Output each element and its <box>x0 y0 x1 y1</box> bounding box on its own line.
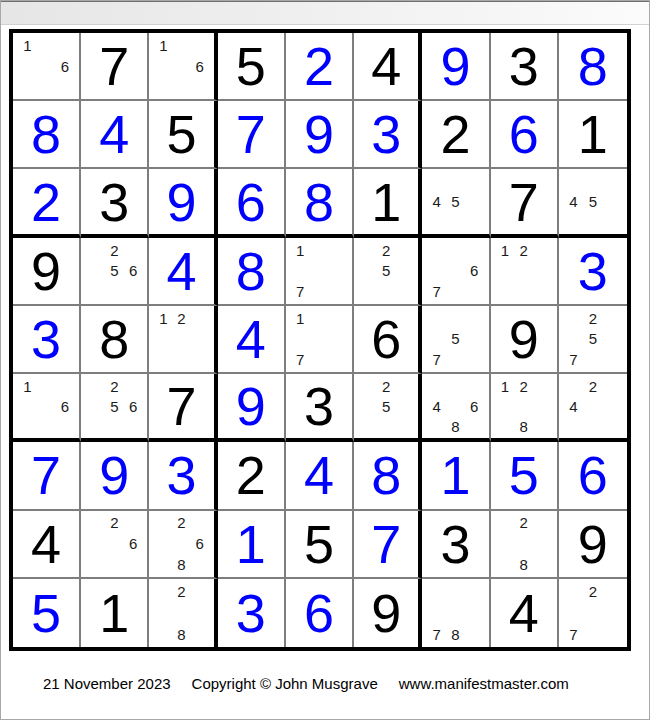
pencil-marks: 16 <box>13 33 79 99</box>
pencil-marks: 17 <box>286 306 352 372</box>
cell-r1c2[interactable]: 7 <box>81 33 149 101</box>
cell-r1c8[interactable]: 3 <box>491 33 559 101</box>
cell-r4c8[interactable]: 12 <box>491 238 559 306</box>
cell-r9c7[interactable]: 78 <box>422 579 490 647</box>
pencil-marks: 12 <box>149 306 213 372</box>
cell-r8c4[interactable]: 1 <box>218 511 286 579</box>
solved-digit: 3 <box>354 101 418 167</box>
pencil-marks: 28 <box>491 511 557 577</box>
cell-r9c1[interactable]: 5 <box>13 579 81 647</box>
cell-r6c9[interactable]: 24 <box>559 374 627 442</box>
cell-r8c8[interactable]: 28 <box>491 511 559 579</box>
cell-r7c8[interactable]: 5 <box>491 442 559 510</box>
solved-digit: 3 <box>149 442 213 508</box>
pencil-mark: 7 <box>427 281 446 302</box>
pencil-mark: 7 <box>427 624 446 645</box>
cell-r8c1[interactable]: 4 <box>13 511 81 579</box>
given-digit: 1 <box>81 579 147 647</box>
solved-digit: 8 <box>13 101 79 167</box>
cell-r6c5[interactable]: 3 <box>286 374 354 442</box>
cell-r1c4[interactable]: 5 <box>218 33 286 101</box>
pencil-mark: 5 <box>583 192 602 212</box>
pencil-mark: 5 <box>105 260 124 281</box>
cell-r5c7[interactable]: 57 <box>422 306 490 374</box>
solved-digit: 4 <box>149 238 213 304</box>
pencil-mark: 2 <box>514 376 533 396</box>
cell-r5c5[interactable]: 17 <box>286 306 354 374</box>
pencil-mark: 1 <box>291 308 310 329</box>
given-digit: 7 <box>491 169 557 233</box>
cell-r7c5[interactable]: 4 <box>286 442 354 510</box>
pencil-mark: 5 <box>446 192 465 212</box>
given-digit: 7 <box>149 374 213 438</box>
solved-digit: 4 <box>218 306 284 372</box>
pencil-mark: 2 <box>514 513 533 534</box>
cell-r6c6[interactable]: 25 <box>354 374 422 442</box>
solved-digit: 2 <box>13 169 79 233</box>
cell-r4c7[interactable]: 67 <box>422 238 490 306</box>
pencil-marks: 45 <box>559 169 627 233</box>
given-digit: 2 <box>422 101 488 167</box>
pencil-mark: 2 <box>173 513 191 534</box>
pencil-mark: 4 <box>427 396 446 416</box>
cell-r6c4[interactable]: 9 <box>218 374 286 442</box>
pencil-marks: 78 <box>422 579 488 647</box>
given-digit: 1 <box>559 101 627 167</box>
cell-r7c6[interactable]: 8 <box>354 442 422 510</box>
cell-r6c1[interactable]: 16 <box>13 374 81 442</box>
pencil-marks: 17 <box>286 238 352 304</box>
pencil-mark: 5 <box>377 396 395 416</box>
pencil-mark: 2 <box>173 581 191 602</box>
pencil-marks: 57 <box>422 306 488 372</box>
given-digit: 4 <box>491 579 557 647</box>
cell-r9c5[interactable]: 6 <box>286 579 354 647</box>
cell-r5c6[interactable]: 6 <box>354 306 422 374</box>
given-digit: 9 <box>354 579 418 647</box>
cell-r8c9[interactable]: 9 <box>559 511 627 579</box>
pencil-mark: 2 <box>377 376 395 396</box>
solved-digit: 9 <box>149 169 213 233</box>
page: 1671652493884579326123968145745925648172… <box>0 0 650 720</box>
pencil-mark: 2 <box>377 240 395 261</box>
solved-digit: 6 <box>491 101 557 167</box>
cell-r5c9[interactable]: 257 <box>559 306 627 374</box>
pencil-mark: 4 <box>427 192 446 212</box>
cell-r3c5[interactable]: 8 <box>286 169 354 237</box>
cell-r4c6[interactable]: 25 <box>354 238 422 306</box>
solved-digit: 3 <box>13 306 79 372</box>
pencil-mark: 6 <box>191 56 209 77</box>
solved-digit: 2 <box>286 33 352 99</box>
solved-digit: 7 <box>13 442 79 508</box>
cell-r6c2[interactable]: 256 <box>81 374 149 442</box>
pencil-mark: 2 <box>105 376 124 396</box>
solved-digit: 5 <box>491 442 557 508</box>
pencil-marks: 67 <box>422 238 488 304</box>
solved-digit: 5 <box>13 579 79 647</box>
pencil-mark: 2 <box>583 376 602 396</box>
cell-r3c1[interactable]: 2 <box>13 169 81 237</box>
cell-r3c6[interactable]: 1 <box>354 169 422 237</box>
pencil-mark: 6 <box>124 260 143 281</box>
cell-r5c1[interactable]: 3 <box>13 306 81 374</box>
cell-r6c7[interactable]: 468 <box>422 374 490 442</box>
solved-digit: 8 <box>286 169 352 233</box>
pencil-mark: 6 <box>55 56 74 77</box>
solved-digit: 3 <box>559 238 627 304</box>
cell-r1c6[interactable]: 4 <box>354 33 422 101</box>
pencil-mark: 2 <box>173 308 191 329</box>
cell-r3c9[interactable]: 45 <box>559 169 627 237</box>
given-digit: 7 <box>81 33 147 99</box>
footer: 21 November 2023 Copyright © John Musgra… <box>43 675 569 692</box>
pencil-marks: 45 <box>422 169 488 233</box>
cell-r6c8[interactable]: 128 <box>491 374 559 442</box>
pencil-mark: 8 <box>446 416 465 436</box>
title-bar <box>1 1 649 25</box>
cell-r6c3[interactable]: 7 <box>149 374 217 442</box>
pencil-mark: 1 <box>18 376 37 396</box>
pencil-mark: 6 <box>191 533 209 554</box>
cell-r7c2[interactable]: 9 <box>81 442 149 510</box>
pencil-mark: 4 <box>564 192 583 212</box>
pencil-marks: 256 <box>81 374 147 438</box>
given-digit: 3 <box>491 33 557 99</box>
cell-r5c4[interactable]: 4 <box>218 306 286 374</box>
cell-r2c7[interactable]: 2 <box>422 101 490 169</box>
cell-r4c2[interactable]: 256 <box>81 238 149 306</box>
pencil-marks: 268 <box>149 511 213 577</box>
cell-r8c7[interactable]: 3 <box>422 511 490 579</box>
cell-r3c8[interactable]: 7 <box>491 169 559 237</box>
given-digit: 3 <box>81 169 147 233</box>
pencil-mark: 7 <box>564 349 583 370</box>
cell-r7c7[interactable]: 1 <box>422 442 490 510</box>
solved-digit: 6 <box>286 579 352 647</box>
pencil-mark: 6 <box>55 396 74 416</box>
cell-r8c6[interactable]: 7 <box>354 511 422 579</box>
pencil-mark: 6 <box>124 533 143 554</box>
pencil-mark: 8 <box>514 416 533 436</box>
solved-digit: 8 <box>354 442 418 508</box>
pencil-mark: 1 <box>154 308 172 329</box>
cell-r2c5[interactable]: 9 <box>286 101 354 169</box>
solved-digit: 3 <box>218 579 284 647</box>
pencil-marks: 27 <box>559 579 627 647</box>
pencil-mark: 2 <box>514 240 533 261</box>
solved-digit: 7 <box>354 511 418 577</box>
solved-digit: 9 <box>218 374 284 438</box>
pencil-mark: 7 <box>291 349 310 370</box>
solved-digit: 9 <box>286 101 352 167</box>
cell-r9c4[interactable]: 3 <box>218 579 286 647</box>
pencil-mark: 6 <box>465 396 484 416</box>
cell-r2c9[interactable]: 1 <box>559 101 627 169</box>
pencil-mark: 7 <box>564 624 583 645</box>
given-digit: 4 <box>13 511 79 577</box>
pencil-mark: 8 <box>173 554 191 575</box>
pencil-mark: 5 <box>377 260 395 281</box>
pencil-marks: 24 <box>559 374 627 438</box>
pencil-mark: 1 <box>496 376 515 396</box>
pencil-mark: 5 <box>105 396 124 416</box>
given-digit: 3 <box>422 511 488 577</box>
cell-r9c6[interactable]: 9 <box>354 579 422 647</box>
given-digit: 6 <box>354 306 418 372</box>
cell-r3c3[interactable]: 9 <box>149 169 217 237</box>
cell-r2c3[interactable]: 5 <box>149 101 217 169</box>
cell-r4c1[interactable]: 9 <box>13 238 81 306</box>
footer-date: 21 November 2023 <box>43 675 171 692</box>
pencil-mark: 2 <box>105 513 124 534</box>
cell-r5c3[interactable]: 12 <box>149 306 217 374</box>
pencil-mark: 1 <box>291 240 310 261</box>
cell-r7c9[interactable]: 6 <box>559 442 627 510</box>
pencil-marks: 468 <box>422 374 488 438</box>
cell-r2c2[interactable]: 4 <box>81 101 149 169</box>
given-digit: 9 <box>491 306 557 372</box>
cell-r3c7[interactable]: 45 <box>422 169 490 237</box>
cell-r9c2[interactable]: 1 <box>81 579 149 647</box>
solved-digit: 1 <box>218 511 284 577</box>
cell-r9c9[interactable]: 27 <box>559 579 627 647</box>
cell-r3c4[interactable]: 6 <box>218 169 286 237</box>
cell-r9c8[interactable]: 4 <box>491 579 559 647</box>
footer-copyright: Copyright © John Musgrave <box>192 675 378 692</box>
solved-digit: 4 <box>81 101 147 167</box>
given-digit: 4 <box>354 33 418 99</box>
pencil-marks: 128 <box>491 374 557 438</box>
given-digit: 1 <box>354 169 418 233</box>
cell-r2c1[interactable]: 8 <box>13 101 81 169</box>
cell-r4c3[interactable]: 4 <box>149 238 217 306</box>
pencil-marks: 16 <box>149 33 213 99</box>
pencil-mark: 8 <box>173 624 191 645</box>
pencil-marks: 12 <box>491 238 557 304</box>
cell-r2c4[interactable]: 7 <box>218 101 286 169</box>
pencil-mark: 6 <box>124 396 143 416</box>
cell-r2c8[interactable]: 6 <box>491 101 559 169</box>
cell-r3c2[interactable]: 3 <box>81 169 149 237</box>
given-digit: 5 <box>149 101 213 167</box>
cell-r1c3[interactable]: 16 <box>149 33 217 101</box>
given-digit: 5 <box>286 511 352 577</box>
solved-digit: 9 <box>422 33 488 99</box>
sudoku-board: 1671652493884579326123968145745925648172… <box>9 29 631 651</box>
pencil-marks: 28 <box>149 579 213 647</box>
cell-r1c1[interactable]: 16 <box>13 33 81 101</box>
pencil-mark: 2 <box>583 308 602 329</box>
solved-digit: 6 <box>559 442 627 508</box>
pencil-marks: 25 <box>354 374 418 438</box>
cell-r2c6[interactable]: 3 <box>354 101 422 169</box>
cell-r4c4[interactable]: 8 <box>218 238 286 306</box>
pencil-mark: 8 <box>514 554 533 575</box>
solved-digit: 1 <box>422 442 488 508</box>
pencil-mark: 1 <box>154 35 172 56</box>
pencil-marks: 26 <box>81 511 147 577</box>
pencil-mark: 1 <box>496 240 515 261</box>
given-digit: 8 <box>81 306 147 372</box>
pencil-mark: 2 <box>583 581 602 602</box>
pencil-mark: 7 <box>291 281 310 302</box>
given-digit: 2 <box>218 442 284 508</box>
cell-r1c7[interactable]: 9 <box>422 33 490 101</box>
solved-digit: 7 <box>218 101 284 167</box>
given-digit: 5 <box>218 33 284 99</box>
pencil-marks: 25 <box>354 238 418 304</box>
cell-r4c5[interactable]: 17 <box>286 238 354 306</box>
pencil-mark: 6 <box>465 260 484 281</box>
cell-r7c1[interactable]: 7 <box>13 442 81 510</box>
cell-r8c3[interactable]: 268 <box>149 511 217 579</box>
pencil-mark: 7 <box>427 349 446 370</box>
pencil-mark: 1 <box>18 35 37 56</box>
cell-r1c5[interactable]: 2 <box>286 33 354 101</box>
solved-digit: 8 <box>218 238 284 304</box>
cell-r7c3[interactable]: 3 <box>149 442 217 510</box>
cell-r7c4[interactable]: 2 <box>218 442 286 510</box>
cell-r5c8[interactable]: 9 <box>491 306 559 374</box>
cell-r8c5[interactable]: 5 <box>286 511 354 579</box>
cell-r9c3[interactable]: 28 <box>149 579 217 647</box>
cell-r5c2[interactable]: 8 <box>81 306 149 374</box>
solved-digit: 9 <box>81 442 147 508</box>
given-digit: 9 <box>13 238 79 304</box>
cell-r1c9[interactable]: 8 <box>559 33 627 101</box>
given-digit: 3 <box>286 374 352 438</box>
solved-digit: 8 <box>559 33 627 99</box>
pencil-mark: 2 <box>105 240 124 261</box>
pencil-mark: 8 <box>446 624 465 645</box>
pencil-marks: 16 <box>13 374 79 438</box>
given-digit: 9 <box>559 511 627 577</box>
pencil-mark: 5 <box>446 329 465 350</box>
footer-website: www.manifestmaster.com <box>399 675 569 692</box>
cell-r4c9[interactable]: 3 <box>559 238 627 306</box>
solved-digit: 4 <box>286 442 352 508</box>
solved-digit: 6 <box>218 169 284 233</box>
pencil-mark: 5 <box>583 329 602 350</box>
pencil-marks: 256 <box>81 238 147 304</box>
pencil-marks: 257 <box>559 306 627 372</box>
cell-r8c2[interactable]: 26 <box>81 511 149 579</box>
pencil-mark: 4 <box>564 396 583 416</box>
